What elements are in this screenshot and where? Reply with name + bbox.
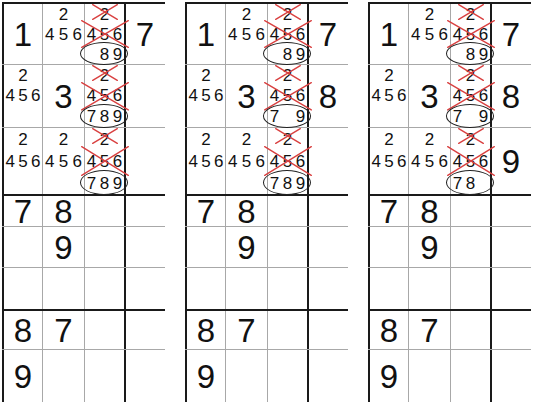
cell-r3c3: 245678 — [451, 128, 490, 194]
pencil-mark — [370, 106, 383, 127]
given-digit: 8 — [4, 311, 42, 349]
cell-r3c4 — [309, 128, 347, 194]
cell-r6c1 — [4, 268, 42, 309]
pencil-mark — [17, 172, 30, 194]
pencil-marks: 2456 — [187, 128, 225, 194]
pencil-mark — [409, 128, 423, 150]
cell-r4c4 — [309, 196, 347, 226]
pencil-mark — [212, 128, 225, 150]
sudoku-panel-2: 1245624568972456324567982456245624567897… — [185, 2, 348, 402]
cell-r6c3 — [268, 268, 307, 309]
cell-r6c1 — [187, 268, 225, 309]
cell-r1c1: 1 — [187, 4, 225, 64]
cell-r1c3: 245689 — [268, 4, 307, 64]
pencil-mark: 5 — [17, 150, 30, 172]
cell-r8c4 — [492, 350, 530, 402]
cell-r8c1: 9 — [187, 350, 225, 402]
given-digit: 7 — [4, 196, 42, 226]
pencil-mark: 2 — [200, 128, 213, 150]
cell-r5c1 — [4, 227, 42, 267]
cell-r7c4 — [309, 311, 347, 349]
pencil-mark: 5 — [17, 86, 30, 107]
given-digit: 7 — [409, 311, 450, 349]
sudoku-panel-3: 1245624568972456324567982456245624567897… — [368, 2, 531, 402]
cell-r4c4 — [126, 196, 164, 226]
given-digit: 7 — [309, 4, 347, 64]
given-digit: 8 — [226, 196, 267, 226]
cell-r3c2: 2456 — [409, 128, 450, 194]
cell-r5c2: 9 — [226, 227, 267, 267]
pencil-mark — [423, 172, 437, 194]
cell-r8c2 — [43, 350, 84, 402]
pencil-marks: 2456 — [226, 4, 267, 64]
cell-r2c3: 245679 — [268, 65, 307, 127]
pencil-mark: 4 — [370, 86, 383, 107]
pencil-mark — [212, 106, 225, 127]
given-digit: 1 — [4, 4, 42, 64]
cell-r3c3: 2456789 — [268, 128, 307, 194]
pencil-mark: 2 — [240, 128, 254, 150]
cell-r7c1: 8 — [370, 311, 408, 349]
pencil-mark — [226, 44, 240, 64]
pencil-mark — [29, 65, 42, 86]
diagram-stage: 1245624568972456324567892456245624567897… — [0, 0, 547, 403]
cell-r7c3 — [85, 311, 124, 349]
pencil-mark — [187, 106, 200, 127]
given-digit: 7 — [187, 196, 225, 226]
cell-r2c2: 3 — [43, 65, 84, 127]
cell-r4c2: 8 — [409, 196, 450, 226]
pencil-mark — [423, 44, 437, 64]
pencil-mark — [212, 172, 225, 194]
pencil-mark: 4 — [43, 150, 57, 172]
cell-r5c3 — [85, 227, 124, 267]
cell-r8c1: 9 — [370, 350, 408, 402]
given-digit: 7 — [226, 311, 267, 349]
cell-r4c2: 8 — [226, 196, 267, 226]
red-cross-small-icon — [275, 128, 301, 144]
pencil-mark — [383, 106, 396, 127]
pencil-mark — [17, 106, 30, 127]
cell-r4c1: 7 — [4, 196, 42, 226]
pencil-mark — [29, 128, 42, 150]
red-cross-small-icon — [458, 65, 484, 81]
given-digit: 3 — [226, 65, 267, 127]
pencil-mark: 2 — [17, 128, 30, 150]
pencil-mark — [200, 106, 213, 127]
pencil-mark: 4 — [409, 150, 423, 172]
given-digit: 3 — [409, 65, 450, 127]
pencil-mark — [370, 172, 383, 194]
candidate-circle — [446, 42, 494, 65]
pencil-mark: 6 — [395, 86, 408, 107]
cell-r6c2 — [43, 268, 84, 309]
pencil-marks: 2456 — [4, 65, 42, 127]
given-digit: 9 — [187, 350, 225, 402]
cell-r8c2 — [226, 350, 267, 402]
pencil-marks: 2456 — [370, 128, 408, 194]
pencil-mark — [226, 172, 240, 194]
cell-r7c3 — [268, 311, 307, 349]
cell-r2c4: 8 — [492, 65, 530, 127]
pencil-mark: 5 — [383, 150, 396, 172]
cell-r1c1: 1 — [370, 4, 408, 64]
cell-r6c4 — [309, 268, 347, 309]
pencil-mark: 5 — [200, 150, 213, 172]
pencil-mark: 2 — [423, 128, 437, 150]
red-cross-small-icon — [275, 4, 301, 20]
pencil-mark: 5 — [383, 86, 396, 107]
cell-r1c4: 7 — [126, 4, 164, 64]
cell-r5c3 — [268, 227, 307, 267]
candidate-circle — [446, 104, 494, 128]
pencil-mark — [200, 172, 213, 194]
sudoku-panel-1: 1245624568972456324567892456245624567897… — [2, 2, 165, 402]
cell-r1c3: 245689 — [451, 4, 490, 64]
pencil-mark — [370, 128, 383, 150]
cell-r7c1: 8 — [187, 311, 225, 349]
cell-r3c3: 2456789 — [85, 128, 124, 194]
pencil-mark: 6 — [29, 86, 42, 107]
pencil-mark — [57, 44, 71, 64]
cell-r7c4 — [126, 311, 164, 349]
cell-r4c3 — [85, 196, 124, 226]
given-digit: 8 — [43, 196, 84, 226]
pencil-mark: 5 — [240, 150, 254, 172]
cell-r2c3: 2456789 — [85, 65, 124, 127]
pencil-mark — [240, 172, 254, 194]
pencil-mark — [409, 172, 423, 194]
pencil-mark — [187, 172, 200, 194]
cell-r2c1: 2456 — [4, 65, 42, 127]
sudoku-elimination-diagram: { "game": "sudoku", "diagram": "three-st… — [0, 0, 547, 403]
cell-r4c1: 7 — [187, 196, 225, 226]
given-digit: 9 — [492, 128, 530, 194]
pencil-mark: 4 — [4, 86, 17, 107]
pencil-mark — [226, 128, 240, 150]
given-digit: 1 — [187, 4, 225, 64]
cell-r7c2: 7 — [409, 311, 450, 349]
cell-r3c1: 2456 — [4, 128, 42, 194]
cell-r5c4 — [492, 227, 530, 267]
cell-r1c2: 2456 — [43, 4, 84, 64]
cell-r8c3 — [451, 350, 490, 402]
cell-r1c4: 7 — [309, 4, 347, 64]
cell-r6c4 — [492, 268, 530, 309]
given-digit: 3 — [43, 65, 84, 127]
cell-r5c1 — [370, 227, 408, 267]
cell-r7c1: 8 — [4, 311, 42, 349]
candidate-circle — [80, 104, 128, 128]
pencil-mark: 5 — [423, 150, 437, 172]
cell-r5c4 — [126, 227, 164, 267]
cell-r2c1: 2456 — [187, 65, 225, 127]
pencil-mark — [395, 106, 408, 127]
candidate-circle — [80, 170, 128, 195]
cell-r4c2: 8 — [43, 196, 84, 226]
given-digit: 7 — [492, 4, 530, 64]
pencil-mark: 4 — [226, 150, 240, 172]
cell-r4c4 — [492, 196, 530, 226]
candidate-circle — [446, 170, 494, 195]
pencil-mark: 4 — [187, 150, 200, 172]
red-cross-small-icon — [92, 4, 118, 20]
pencil-mark: 2 — [383, 65, 396, 86]
cell-r2c1: 2456 — [370, 65, 408, 127]
pencil-mark — [370, 65, 383, 86]
given-digit: 8 — [409, 196, 450, 226]
pencil-mark: 5 — [200, 86, 213, 107]
cell-r2c2: 3 — [226, 65, 267, 127]
red-cross-small-icon — [92, 128, 118, 144]
pencil-mark: 6 — [29, 150, 42, 172]
pencil-mark — [395, 128, 408, 150]
pencil-marks: 2456 — [4, 128, 42, 194]
pencil-mark — [43, 4, 57, 24]
pencil-mark — [4, 128, 17, 150]
pencil-marks: 2456 — [226, 128, 267, 194]
pencil-mark: 4 — [4, 150, 17, 172]
pencil-mark — [43, 128, 57, 150]
cell-r8c2 — [409, 350, 450, 402]
pencil-mark: 5 — [240, 24, 254, 44]
cell-r1c2: 2456 — [226, 4, 267, 64]
pencil-marks: 2456 — [409, 128, 450, 194]
pencil-marks: 2456 — [370, 65, 408, 127]
cell-r2c4: 8 — [309, 65, 347, 127]
given-digit: 8 — [370, 311, 408, 349]
cell-r8c1: 9 — [4, 350, 42, 402]
cell-r7c2: 7 — [43, 311, 84, 349]
cell-r3c4: 9 — [492, 128, 530, 194]
cell-r4c3 — [451, 196, 490, 226]
red-cross-small-icon — [275, 65, 301, 81]
pencil-mark: 5 — [423, 24, 437, 44]
cell-r6c4 — [126, 268, 164, 309]
pencil-mark: 4 — [43, 24, 57, 44]
pencil-mark — [29, 172, 42, 194]
pencil-mark: 4 — [226, 24, 240, 44]
cell-r6c3 — [451, 268, 490, 309]
cell-r7c4 — [492, 311, 530, 349]
red-cross-small-icon — [458, 4, 484, 20]
given-digit: 7 — [126, 4, 164, 64]
pencil-mark: 6 — [212, 86, 225, 107]
cell-r8c3 — [85, 350, 124, 402]
cell-r8c4 — [309, 350, 347, 402]
pencil-marks: 2456 — [43, 128, 84, 194]
pencil-mark: 5 — [57, 150, 71, 172]
given-digit: 9 — [43, 227, 84, 267]
cell-r3c2: 2456 — [43, 128, 84, 194]
cell-r5c2: 9 — [409, 227, 450, 267]
cell-r5c4 — [309, 227, 347, 267]
pencil-mark — [395, 65, 408, 86]
pencil-mark — [57, 172, 71, 194]
given-digit: 7 — [43, 311, 84, 349]
pencil-mark — [4, 106, 17, 127]
pencil-mark — [212, 65, 225, 86]
pencil-mark: 2 — [57, 128, 71, 150]
cell-r1c1: 1 — [4, 4, 42, 64]
pencil-mark: 4 — [370, 150, 383, 172]
red-cross-small-icon — [458, 128, 484, 144]
cell-r7c3 — [451, 311, 490, 349]
pencil-mark: 2 — [240, 4, 254, 24]
pencil-mark — [409, 4, 423, 24]
cell-r6c3 — [85, 268, 124, 309]
cell-r2c2: 3 — [409, 65, 450, 127]
given-digit: 8 — [309, 65, 347, 127]
cell-r5c1 — [187, 227, 225, 267]
cell-r3c1: 2456 — [370, 128, 408, 194]
cell-r5c3 — [451, 227, 490, 267]
cell-r6c2 — [409, 268, 450, 309]
cell-r7c2: 7 — [226, 311, 267, 349]
pencil-mark: 6 — [212, 150, 225, 172]
pencil-mark — [4, 172, 17, 194]
cell-r3c1: 2456 — [187, 128, 225, 194]
pencil-mark — [43, 172, 57, 194]
pencil-mark: 2 — [17, 65, 30, 86]
cell-r3c2: 2456 — [226, 128, 267, 194]
cell-r1c3: 245689 — [85, 4, 124, 64]
cell-r2c3: 245679 — [451, 65, 490, 127]
pencil-mark: 6 — [395, 150, 408, 172]
pencil-mark — [226, 4, 240, 24]
pencil-mark — [43, 44, 57, 64]
pencil-mark: 4 — [187, 86, 200, 107]
pencil-mark: 2 — [57, 4, 71, 24]
pencil-mark — [383, 172, 396, 194]
cell-r5c2: 9 — [43, 227, 84, 267]
pencil-mark — [240, 44, 254, 64]
red-cross-small-icon — [92, 65, 118, 81]
pencil-mark: 2 — [200, 65, 213, 86]
given-digit: 9 — [226, 227, 267, 267]
cell-r8c3 — [268, 350, 307, 402]
candidate-circle — [263, 104, 311, 128]
pencil-mark — [187, 65, 200, 86]
pencil-mark — [187, 128, 200, 150]
given-digit: 8 — [492, 65, 530, 127]
given-digit: 7 — [370, 196, 408, 226]
cell-r6c1 — [370, 268, 408, 309]
given-digit: 8 — [187, 311, 225, 349]
cell-r3c4 — [126, 128, 164, 194]
given-digit: 9 — [4, 350, 42, 402]
candidate-circle — [263, 170, 311, 195]
cell-r8c4 — [126, 350, 164, 402]
pencil-mark: 5 — [57, 24, 71, 44]
pencil-mark: 2 — [423, 4, 437, 24]
pencil-mark: 2 — [383, 128, 396, 150]
pencil-mark — [395, 172, 408, 194]
pencil-marks: 2456 — [409, 4, 450, 64]
candidate-circle — [80, 42, 128, 65]
pencil-marks: 2456 — [43, 4, 84, 64]
pencil-marks: 2456 — [187, 65, 225, 127]
given-digit: 1 — [370, 4, 408, 64]
cell-r4c3 — [268, 196, 307, 226]
pencil-mark — [29, 106, 42, 127]
candidate-circle — [263, 42, 311, 65]
cell-r1c4: 7 — [492, 4, 530, 64]
cell-r1c2: 2456 — [409, 4, 450, 64]
cell-r4c1: 7 — [370, 196, 408, 226]
given-digit: 9 — [370, 350, 408, 402]
pencil-mark — [409, 44, 423, 64]
pencil-mark: 4 — [409, 24, 423, 44]
pencil-mark — [4, 65, 17, 86]
given-digit: 9 — [409, 227, 450, 267]
cell-r2c4 — [126, 65, 164, 127]
cell-r6c2 — [226, 268, 267, 309]
